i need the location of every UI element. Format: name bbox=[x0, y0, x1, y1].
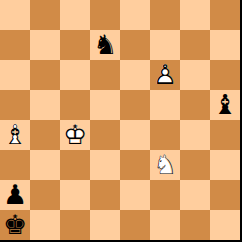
square-g1[interactable] bbox=[180, 210, 210, 240]
black-pawn-icon: ♟ bbox=[0, 180, 30, 210]
square-h7[interactable] bbox=[210, 30, 240, 60]
square-f1[interactable] bbox=[150, 210, 180, 240]
square-a6[interactable] bbox=[0, 60, 30, 90]
square-g3[interactable] bbox=[180, 150, 210, 180]
square-h3[interactable] bbox=[210, 150, 240, 180]
square-g7[interactable] bbox=[180, 30, 210, 60]
square-e2[interactable] bbox=[120, 180, 150, 210]
square-d7[interactable]: ♞ bbox=[90, 30, 120, 60]
square-a4[interactable]: ♝♗ bbox=[0, 120, 30, 150]
square-c8[interactable] bbox=[60, 0, 90, 30]
chess-board-frame: ♞♟♙♝♝♗♚♔♞♘♟♚ bbox=[0, 0, 242, 242]
square-h2[interactable] bbox=[210, 180, 240, 210]
square-e8[interactable] bbox=[120, 0, 150, 30]
square-b8[interactable] bbox=[30, 0, 60, 30]
white-pawn[interactable]: ♟♙ bbox=[150, 60, 180, 90]
square-e7[interactable] bbox=[120, 30, 150, 60]
square-d8[interactable] bbox=[90, 0, 120, 30]
square-f6[interactable]: ♟♙ bbox=[150, 60, 180, 90]
square-d3[interactable] bbox=[90, 150, 120, 180]
square-c6[interactable] bbox=[60, 60, 90, 90]
square-b5[interactable] bbox=[30, 90, 60, 120]
square-c1[interactable] bbox=[60, 210, 90, 240]
square-b7[interactable] bbox=[30, 30, 60, 60]
square-g8[interactable] bbox=[180, 0, 210, 30]
square-h5[interactable]: ♝ bbox=[210, 90, 240, 120]
black-bishop[interactable]: ♝ bbox=[210, 90, 240, 120]
square-f5[interactable] bbox=[150, 90, 180, 120]
black-knight[interactable]: ♞ bbox=[90, 30, 120, 60]
white-knight-icon: ♘ bbox=[150, 150, 180, 180]
square-g6[interactable] bbox=[180, 60, 210, 90]
white-pawn-icon: ♙ bbox=[150, 60, 180, 90]
square-b1[interactable] bbox=[30, 210, 60, 240]
square-c7[interactable] bbox=[60, 30, 90, 60]
square-e1[interactable] bbox=[120, 210, 150, 240]
chess-board: ♞♟♙♝♝♗♚♔♞♘♟♚ bbox=[0, 0, 240, 240]
white-bishop-icon: ♗ bbox=[0, 120, 30, 150]
square-a2[interactable]: ♟ bbox=[0, 180, 30, 210]
square-a1[interactable]: ♚ bbox=[0, 210, 30, 240]
square-b4[interactable] bbox=[30, 120, 60, 150]
square-f8[interactable] bbox=[150, 0, 180, 30]
square-e6[interactable] bbox=[120, 60, 150, 90]
square-e5[interactable] bbox=[120, 90, 150, 120]
square-f3[interactable]: ♞♘ bbox=[150, 150, 180, 180]
square-c4[interactable]: ♚♔ bbox=[60, 120, 90, 150]
square-d6[interactable] bbox=[90, 60, 120, 90]
square-b6[interactable] bbox=[30, 60, 60, 90]
square-a8[interactable] bbox=[0, 0, 30, 30]
black-king[interactable]: ♚ bbox=[0, 210, 30, 240]
square-c5[interactable] bbox=[60, 90, 90, 120]
square-d4[interactable] bbox=[90, 120, 120, 150]
square-d5[interactable] bbox=[90, 90, 120, 120]
square-h1[interactable] bbox=[210, 210, 240, 240]
white-king-icon: ♔ bbox=[60, 120, 90, 150]
square-c3[interactable] bbox=[60, 150, 90, 180]
square-h6[interactable] bbox=[210, 60, 240, 90]
white-king[interactable]: ♚♔ bbox=[60, 120, 90, 150]
square-h4[interactable] bbox=[210, 120, 240, 150]
square-d1[interactable] bbox=[90, 210, 120, 240]
black-knight-icon: ♞ bbox=[90, 30, 120, 60]
square-e3[interactable] bbox=[120, 150, 150, 180]
square-g5[interactable] bbox=[180, 90, 210, 120]
white-bishop[interactable]: ♝♗ bbox=[0, 120, 30, 150]
square-c2[interactable] bbox=[60, 180, 90, 210]
white-knight[interactable]: ♞♘ bbox=[150, 150, 180, 180]
square-g2[interactable] bbox=[180, 180, 210, 210]
square-a5[interactable] bbox=[0, 90, 30, 120]
black-bishop-icon: ♝ bbox=[210, 90, 240, 120]
square-f4[interactable] bbox=[150, 120, 180, 150]
square-d2[interactable] bbox=[90, 180, 120, 210]
square-a3[interactable] bbox=[0, 150, 30, 180]
square-f7[interactable] bbox=[150, 30, 180, 60]
square-b3[interactable] bbox=[30, 150, 60, 180]
square-a7[interactable] bbox=[0, 30, 30, 60]
square-h8[interactable] bbox=[210, 0, 240, 30]
black-pawn[interactable]: ♟ bbox=[0, 180, 30, 210]
square-g4[interactable] bbox=[180, 120, 210, 150]
square-b2[interactable] bbox=[30, 180, 60, 210]
square-e4[interactable] bbox=[120, 120, 150, 150]
black-king-icon: ♚ bbox=[0, 210, 30, 240]
square-f2[interactable] bbox=[150, 180, 180, 210]
